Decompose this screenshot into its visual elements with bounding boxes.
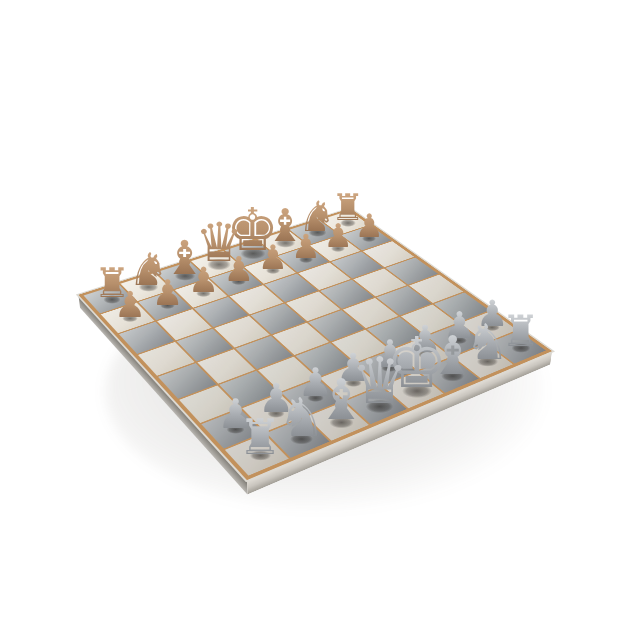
piece-black-pawn[interactable]: ♟ bbox=[186, 263, 221, 298]
piece-black-pawn[interactable]: ♟ bbox=[322, 220, 355, 253]
piece-black-pawn[interactable]: ♟ bbox=[112, 287, 148, 323]
piece-black-pawn[interactable]: ♟ bbox=[222, 252, 256, 286]
product-scene: ♜♞♝♛♚♝♞♜♟♟♟♟♟♟♟♟♟♟♟♟♟♟♟♟♜♞♝♛♚♝♞♜ bbox=[0, 0, 620, 620]
piece-black-pawn[interactable]: ♟ bbox=[289, 230, 322, 263]
piece-black-pawn[interactable]: ♟ bbox=[150, 275, 185, 310]
pieces-layer: ♜♞♝♛♚♝♞♜♟♟♟♟♟♟♟♟♟♟♟♟♟♟♟♟♜♞♝♛♚♝♞♜ bbox=[0, 0, 620, 620]
piece-white-rook[interactable]: ♜ bbox=[236, 413, 285, 462]
piece-black-pawn[interactable]: ♟ bbox=[353, 210, 385, 242]
piece-black-pawn[interactable]: ♟ bbox=[256, 241, 290, 275]
